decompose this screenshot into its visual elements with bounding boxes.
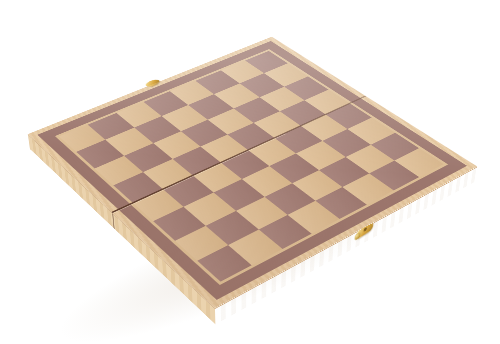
board-square [394, 148, 444, 177]
chess-board-box [28, 37, 477, 308]
board-square [197, 245, 252, 282]
board-square [264, 183, 315, 215]
board-square [163, 176, 213, 207]
board-square [315, 187, 367, 219]
product-photo [0, 0, 500, 344]
board-grid [59, 51, 444, 282]
board-square [206, 211, 259, 245]
board-square [342, 173, 393, 204]
board-square [192, 163, 242, 193]
board-square [287, 201, 339, 234]
clasp-knob [355, 232, 361, 241]
board-square [184, 193, 235, 226]
board-square [213, 179, 264, 211]
board-square [221, 150, 270, 179]
board-square [94, 155, 143, 185]
board-square [258, 215, 311, 249]
board-square [369, 161, 419, 191]
board-square [143, 159, 192, 189]
board-square [153, 207, 205, 241]
board-square [113, 172, 163, 203]
board-square [228, 230, 282, 266]
board-square [175, 225, 228, 260]
board-square [270, 153, 319, 183]
board-square [172, 147, 220, 176]
board-square [242, 166, 292, 197]
board-square [292, 170, 342, 201]
board-top-face [28, 37, 477, 308]
board-square [235, 197, 287, 230]
board-square [133, 189, 184, 221]
board-square [319, 157, 369, 187]
